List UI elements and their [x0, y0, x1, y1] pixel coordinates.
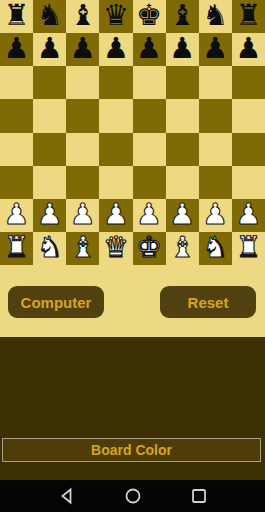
black-rook: ♜	[4, 1, 30, 30]
square-e8[interactable]: ♚	[133, 0, 166, 33]
square-e5[interactable]	[133, 99, 166, 132]
white-pawn: ♟	[37, 200, 63, 229]
black-knight: ♞	[37, 1, 63, 30]
square-d7[interactable]: ♟	[99, 33, 132, 66]
white-pawn: ♟	[169, 200, 195, 229]
square-h1[interactable]: ♜	[232, 232, 265, 265]
square-a6[interactable]	[0, 66, 33, 99]
square-e1[interactable]: ♚	[133, 232, 166, 265]
square-h2[interactable]: ♟	[232, 199, 265, 232]
black-king: ♚	[136, 1, 162, 30]
black-pawn: ♟	[70, 34, 96, 63]
square-a7[interactable]: ♟	[0, 33, 33, 66]
square-e6[interactable]	[133, 66, 166, 99]
square-h8[interactable]: ♜	[232, 0, 265, 33]
black-rook: ♜	[235, 1, 261, 30]
black-pawn: ♟	[202, 34, 228, 63]
square-b7[interactable]: ♟	[33, 33, 66, 66]
black-pawn: ♟	[169, 34, 195, 63]
chess-board[interactable]: ♜♞♝♛♚♝♞♜♟♟♟♟♟♟♟♟♟♟♟♟♟♟♟♟♜♞♝♛♚♝♞♜	[0, 0, 265, 265]
square-e3[interactable]	[133, 166, 166, 199]
square-b6[interactable]	[33, 66, 66, 99]
square-g6[interactable]	[199, 66, 232, 99]
square-d6[interactable]	[99, 66, 132, 99]
square-f5[interactable]	[166, 99, 199, 132]
white-pawn: ♟	[136, 200, 162, 229]
white-bishop: ♝	[169, 233, 195, 262]
square-c3[interactable]	[66, 166, 99, 199]
square-c7[interactable]: ♟	[66, 33, 99, 66]
square-d2[interactable]: ♟	[99, 199, 132, 232]
square-e4[interactable]	[133, 133, 166, 166]
black-knight: ♞	[202, 1, 228, 30]
black-bishop: ♝	[70, 1, 96, 30]
white-pawn: ♟	[70, 200, 96, 229]
square-b8[interactable]: ♞	[33, 0, 66, 33]
square-g1[interactable]: ♞	[199, 232, 232, 265]
android-navbar	[0, 480, 265, 512]
square-g3[interactable]	[199, 166, 232, 199]
square-f3[interactable]	[166, 166, 199, 199]
square-e7[interactable]: ♟	[133, 33, 166, 66]
black-queen: ♛	[103, 1, 129, 30]
square-h4[interactable]	[232, 133, 265, 166]
square-c8[interactable]: ♝	[66, 0, 99, 33]
computer-button[interactable]: Computer	[8, 286, 104, 318]
square-c6[interactable]	[66, 66, 99, 99]
square-f8[interactable]: ♝	[166, 0, 199, 33]
chess-app-screen: ♜♞♝♛♚♝♞♜♟♟♟♟♟♟♟♟♟♟♟♟♟♟♟♟♜♞♝♛♚♝♞♜ Compute…	[0, 0, 265, 512]
square-e2[interactable]: ♟	[133, 199, 166, 232]
board-color-button[interactable]: Board Color	[2, 438, 261, 462]
white-knight: ♞	[37, 233, 63, 262]
square-f6[interactable]	[166, 66, 199, 99]
square-h7[interactable]: ♟	[232, 33, 265, 66]
square-c2[interactable]: ♟	[66, 199, 99, 232]
white-pawn: ♟	[202, 200, 228, 229]
square-a4[interactable]	[0, 133, 33, 166]
square-g5[interactable]	[199, 99, 232, 132]
white-rook: ♜	[4, 233, 30, 262]
square-d3[interactable]	[99, 166, 132, 199]
square-c4[interactable]	[66, 133, 99, 166]
reset-button[interactable]: Reset	[160, 286, 256, 318]
square-f2[interactable]: ♟	[166, 199, 199, 232]
square-a3[interactable]	[0, 166, 33, 199]
square-h3[interactable]	[232, 166, 265, 199]
home-icon[interactable]	[124, 487, 142, 505]
white-pawn: ♟	[103, 200, 129, 229]
white-queen: ♛	[103, 233, 129, 262]
white-knight: ♞	[202, 233, 228, 262]
square-a1[interactable]: ♜	[0, 232, 33, 265]
recents-icon[interactable]	[190, 487, 208, 505]
square-g7[interactable]: ♟	[199, 33, 232, 66]
square-a8[interactable]: ♜	[0, 0, 33, 33]
square-b3[interactable]	[33, 166, 66, 199]
black-pawn: ♟	[235, 34, 261, 63]
square-b4[interactable]	[33, 133, 66, 166]
white-rook: ♜	[235, 233, 261, 262]
square-a5[interactable]	[0, 99, 33, 132]
square-c5[interactable]	[66, 99, 99, 132]
square-d5[interactable]	[99, 99, 132, 132]
black-pawn: ♟	[103, 34, 129, 63]
white-bishop: ♝	[70, 233, 96, 262]
square-d8[interactable]: ♛	[99, 0, 132, 33]
black-pawn: ♟	[4, 34, 30, 63]
square-f7[interactable]: ♟	[166, 33, 199, 66]
black-pawn: ♟	[37, 34, 63, 63]
square-d4[interactable]	[99, 133, 132, 166]
black-pawn: ♟	[136, 34, 162, 63]
back-icon[interactable]	[58, 487, 76, 505]
square-f4[interactable]	[166, 133, 199, 166]
square-b5[interactable]	[33, 99, 66, 132]
square-a2[interactable]: ♟	[0, 199, 33, 232]
square-d1[interactable]: ♛	[99, 232, 132, 265]
square-g8[interactable]: ♞	[199, 0, 232, 33]
square-b1[interactable]: ♞	[33, 232, 66, 265]
square-h5[interactable]	[232, 99, 265, 132]
square-g4[interactable]	[199, 133, 232, 166]
square-h6[interactable]	[232, 66, 265, 99]
square-f1[interactable]: ♝	[166, 232, 199, 265]
white-king: ♚	[136, 233, 162, 262]
white-pawn: ♟	[4, 200, 30, 229]
black-bishop: ♝	[169, 1, 195, 30]
square-b2[interactable]: ♟	[33, 199, 66, 232]
white-pawn: ♟	[235, 200, 261, 229]
square-c1[interactable]: ♝	[66, 232, 99, 265]
square-g2[interactable]: ♟	[199, 199, 232, 232]
